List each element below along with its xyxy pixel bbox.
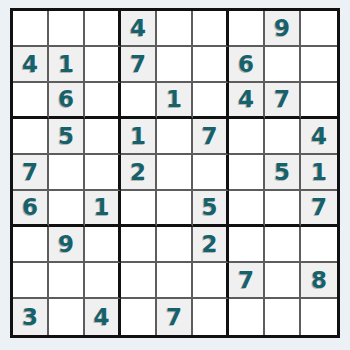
- cell-r2c4-given-7: 7: [121, 47, 157, 83]
- cell-r5c3-empty[interactable]: [85, 155, 121, 191]
- cell-r4c7-empty[interactable]: [229, 119, 265, 155]
- cell-r1c7-empty[interactable]: [229, 11, 265, 47]
- cell-r8c6-empty[interactable]: [193, 263, 229, 299]
- cell-r7c3-empty[interactable]: [85, 227, 121, 263]
- cell-r7c7-empty[interactable]: [229, 227, 265, 263]
- cell-r5c8-given-5: 5: [265, 155, 301, 191]
- cell-r9c7-empty[interactable]: [229, 299, 265, 335]
- cell-r5c7-empty[interactable]: [229, 155, 265, 191]
- cell-r8c7-given-7: 7: [229, 263, 265, 299]
- cell-r9c9-empty[interactable]: [301, 299, 337, 335]
- cell-r1c6-empty[interactable]: [193, 11, 229, 47]
- cell-r4c8-empty[interactable]: [265, 119, 301, 155]
- cell-r9c5-given-7: 7: [157, 299, 193, 335]
- cell-r8c2-empty[interactable]: [49, 263, 85, 299]
- sudoku-board: 49417661475174725161579278347: [10, 8, 340, 338]
- cell-r3c3-empty[interactable]: [85, 83, 121, 119]
- cell-r2c8-empty[interactable]: [265, 47, 301, 83]
- cell-r5c1-given-7: 7: [13, 155, 49, 191]
- cell-r4c5-empty[interactable]: [157, 119, 193, 155]
- cell-r2c2-given-1: 1: [49, 47, 85, 83]
- cell-r6c5-empty[interactable]: [157, 191, 193, 227]
- cell-r2c5-empty[interactable]: [157, 47, 193, 83]
- cell-r4c3-empty[interactable]: [85, 119, 121, 155]
- cell-r6c3-given-1: 1: [85, 191, 121, 227]
- cell-r9c8-empty[interactable]: [265, 299, 301, 335]
- cell-r4c9-given-4: 4: [301, 119, 337, 155]
- cell-r3c5-given-1: 1: [157, 83, 193, 119]
- cell-r1c3-empty[interactable]: [85, 11, 121, 47]
- cell-r5c6-empty[interactable]: [193, 155, 229, 191]
- cell-r2c9-empty[interactable]: [301, 47, 337, 83]
- cell-r6c9-given-7: 7: [301, 191, 337, 227]
- cell-r3c1-empty[interactable]: [13, 83, 49, 119]
- cell-r4c1-empty[interactable]: [13, 119, 49, 155]
- cell-r7c4-empty[interactable]: [121, 227, 157, 263]
- cell-r8c9-given-8: 8: [301, 263, 337, 299]
- cell-r9c4-empty[interactable]: [121, 299, 157, 335]
- cell-r9c2-empty[interactable]: [49, 299, 85, 335]
- cell-r6c8-empty[interactable]: [265, 191, 301, 227]
- cell-r3c2-given-6: 6: [49, 83, 85, 119]
- cell-r2c3-empty[interactable]: [85, 47, 121, 83]
- cell-r5c9-given-1: 1: [301, 155, 337, 191]
- cell-r7c1-empty[interactable]: [13, 227, 49, 263]
- cell-r8c5-empty[interactable]: [157, 263, 193, 299]
- cell-r4c4-given-1: 1: [121, 119, 157, 155]
- cell-r4c2-given-5: 5: [49, 119, 85, 155]
- cell-r8c4-empty[interactable]: [121, 263, 157, 299]
- cell-r1c1-empty[interactable]: [13, 11, 49, 47]
- cell-r7c2-given-9: 9: [49, 227, 85, 263]
- cell-r2c1-given-4: 4: [13, 47, 49, 83]
- cell-r1c2-empty[interactable]: [49, 11, 85, 47]
- cell-r1c5-empty[interactable]: [157, 11, 193, 47]
- cell-r7c6-given-2: 2: [193, 227, 229, 263]
- cell-r1c4-given-4: 4: [121, 11, 157, 47]
- cell-r6c2-empty[interactable]: [49, 191, 85, 227]
- cell-r1c8-given-9: 9: [265, 11, 301, 47]
- cell-r6c7-empty[interactable]: [229, 191, 265, 227]
- cell-r3c7-given-4: 4: [229, 83, 265, 119]
- cell-r5c5-empty[interactable]: [157, 155, 193, 191]
- cell-r9c6-empty[interactable]: [193, 299, 229, 335]
- cell-r7c5-empty[interactable]: [157, 227, 193, 263]
- cell-r9c1-given-3: 3: [13, 299, 49, 335]
- cell-r8c1-empty[interactable]: [13, 263, 49, 299]
- cell-r8c3-empty[interactable]: [85, 263, 121, 299]
- cell-r6c4-empty[interactable]: [121, 191, 157, 227]
- cell-r5c4-given-2: 2: [121, 155, 157, 191]
- cell-r2c6-empty[interactable]: [193, 47, 229, 83]
- cell-r7c8-empty[interactable]: [265, 227, 301, 263]
- cell-r3c9-empty[interactable]: [301, 83, 337, 119]
- cell-r2c7-given-6: 6: [229, 47, 265, 83]
- page: 49417661475174725161579278347: [0, 0, 350, 350]
- cell-r6c1-given-6: 6: [13, 191, 49, 227]
- cell-r3c6-empty[interactable]: [193, 83, 229, 119]
- cell-r4c6-given-7: 7: [193, 119, 229, 155]
- cell-r7c9-empty[interactable]: [301, 227, 337, 263]
- cell-r5c2-empty[interactable]: [49, 155, 85, 191]
- cell-r3c8-given-7: 7: [265, 83, 301, 119]
- cell-r9c3-given-4: 4: [85, 299, 121, 335]
- cell-r6c6-given-5: 5: [193, 191, 229, 227]
- cell-r8c8-empty[interactable]: [265, 263, 301, 299]
- cell-r1c9-empty[interactable]: [301, 11, 337, 47]
- cell-r3c4-empty[interactable]: [121, 83, 157, 119]
